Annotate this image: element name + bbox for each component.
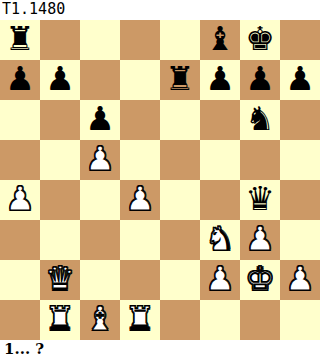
square-b8[interactable] — [40, 20, 80, 60]
white-pawn[interactable]: ♟ — [5, 179, 35, 219]
square-c7[interactable] — [80, 60, 120, 100]
square-f4[interactable] — [200, 180, 240, 220]
square-a3[interactable] — [0, 220, 40, 260]
square-a6[interactable] — [0, 100, 40, 140]
white-king[interactable]: ♚ — [245, 259, 275, 299]
square-d2[interactable] — [120, 260, 160, 300]
square-e2[interactable] — [160, 260, 200, 300]
square-d8[interactable] — [120, 20, 160, 60]
square-d5[interactable] — [120, 140, 160, 180]
square-f5[interactable] — [200, 140, 240, 180]
square-d1[interactable]: ♜ — [120, 300, 160, 340]
square-a7[interactable]: ♟ — [0, 60, 40, 100]
square-g7[interactable]: ♟ — [240, 60, 280, 100]
black-pawn[interactable]: ♟ — [85, 99, 115, 139]
square-h8[interactable] — [280, 20, 320, 60]
square-h5[interactable] — [280, 140, 320, 180]
square-d4[interactable]: ♟ — [120, 180, 160, 220]
square-e1[interactable] — [160, 300, 200, 340]
square-c1[interactable]: ♝ — [80, 300, 120, 340]
black-pawn[interactable]: ♟ — [245, 59, 275, 99]
square-a2[interactable] — [0, 260, 40, 300]
square-b3[interactable] — [40, 220, 80, 260]
square-e7[interactable]: ♜ — [160, 60, 200, 100]
square-a8[interactable]: ♜ — [0, 20, 40, 60]
square-g1[interactable] — [240, 300, 280, 340]
square-h4[interactable] — [280, 180, 320, 220]
square-f8[interactable]: ♝ — [200, 20, 240, 60]
square-d6[interactable] — [120, 100, 160, 140]
square-b2[interactable]: ♛ — [40, 260, 80, 300]
square-g4[interactable]: ♛ — [240, 180, 280, 220]
white-pawn[interactable]: ♟ — [125, 179, 155, 219]
square-e3[interactable] — [160, 220, 200, 260]
square-g8[interactable]: ♚ — [240, 20, 280, 60]
square-h6[interactable] — [280, 100, 320, 140]
square-c6[interactable]: ♟ — [80, 100, 120, 140]
square-g5[interactable] — [240, 140, 280, 180]
white-queen[interactable]: ♛ — [45, 259, 75, 299]
black-knight[interactable]: ♞ — [245, 99, 275, 139]
square-c4[interactable] — [80, 180, 120, 220]
white-pawn[interactable]: ♟ — [245, 219, 275, 259]
black-bishop[interactable]: ♝ — [205, 19, 235, 59]
black-rook[interactable]: ♜ — [165, 59, 195, 99]
black-pawn[interactable]: ♟ — [285, 59, 315, 99]
square-a1[interactable] — [0, 300, 40, 340]
square-c3[interactable] — [80, 220, 120, 260]
square-f3[interactable]: ♞ — [200, 220, 240, 260]
square-h1[interactable] — [280, 300, 320, 340]
square-g6[interactable]: ♞ — [240, 100, 280, 140]
square-b6[interactable] — [40, 100, 80, 140]
white-pawn[interactable]: ♟ — [205, 259, 235, 299]
black-pawn[interactable]: ♟ — [205, 59, 235, 99]
puzzle-window: T1.1480 ♜♝♚♟♟♜♟♟♟♟♞♟♟♟♛♞♟♛♟♚♟♜♝♜ 1... ? — [0, 0, 320, 360]
square-c5[interactable]: ♟ — [80, 140, 120, 180]
square-e8[interactable] — [160, 20, 200, 60]
square-a5[interactable] — [0, 140, 40, 180]
black-pawn[interactable]: ♟ — [5, 59, 35, 99]
square-d7[interactable] — [120, 60, 160, 100]
black-rook[interactable]: ♜ — [5, 19, 35, 59]
square-b7[interactable]: ♟ — [40, 60, 80, 100]
square-c8[interactable] — [80, 20, 120, 60]
square-f1[interactable] — [200, 300, 240, 340]
square-g3[interactable]: ♟ — [240, 220, 280, 260]
square-g2[interactable]: ♚ — [240, 260, 280, 300]
black-pawn[interactable]: ♟ — [45, 59, 75, 99]
square-a4[interactable]: ♟ — [0, 180, 40, 220]
square-h2[interactable]: ♟ — [280, 260, 320, 300]
square-b1[interactable]: ♜ — [40, 300, 80, 340]
square-f6[interactable] — [200, 100, 240, 140]
white-bishop[interactable]: ♝ — [85, 299, 115, 339]
square-d3[interactable] — [120, 220, 160, 260]
black-queen[interactable]: ♛ — [245, 179, 275, 219]
puzzle-id-label: T1.1480 — [0, 0, 320, 20]
square-f7[interactable]: ♟ — [200, 60, 240, 100]
square-c2[interactable] — [80, 260, 120, 300]
white-rook[interactable]: ♜ — [125, 299, 155, 339]
square-b5[interactable] — [40, 140, 80, 180]
square-e5[interactable] — [160, 140, 200, 180]
square-e6[interactable] — [160, 100, 200, 140]
square-h3[interactable] — [280, 220, 320, 260]
square-e4[interactable] — [160, 180, 200, 220]
move-prompt: 1... ? — [0, 340, 320, 360]
white-pawn[interactable]: ♟ — [85, 139, 115, 179]
chess-board: ♜♝♚♟♟♜♟♟♟♟♞♟♟♟♛♞♟♛♟♚♟♜♝♜ — [0, 20, 320, 340]
square-b4[interactable] — [40, 180, 80, 220]
square-h7[interactable]: ♟ — [280, 60, 320, 100]
white-rook[interactable]: ♜ — [45, 299, 75, 339]
black-king[interactable]: ♚ — [245, 19, 275, 59]
square-f2[interactable]: ♟ — [200, 260, 240, 300]
white-knight[interactable]: ♞ — [205, 219, 235, 259]
white-pawn[interactable]: ♟ — [285, 259, 315, 299]
